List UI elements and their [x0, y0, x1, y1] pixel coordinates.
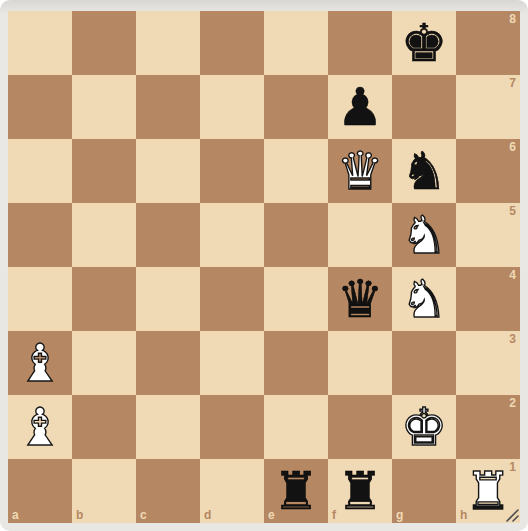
piece-black-pawn[interactable]: ♟ [328, 75, 392, 139]
square-h5[interactable]: 5 [456, 203, 520, 267]
piece-black-knight[interactable]: ♞ [392, 139, 456, 203]
square-h8[interactable]: 8 [456, 11, 520, 75]
square-a2[interactable]: ♝ [8, 395, 72, 459]
square-h4[interactable]: 4 [456, 267, 520, 331]
square-d6[interactable] [200, 139, 264, 203]
board-frame: ♚8♟7♛♞6♞5♛♞4♝3♝♚2abcd♜e♜fg♜h1 [0, 0, 528, 531]
square-f4[interactable]: ♛ [328, 267, 392, 331]
file-label-a: a [12, 508, 19, 522]
square-e4[interactable] [264, 267, 328, 331]
piece-white-bishop[interactable]: ♝ [8, 395, 72, 459]
square-h2[interactable]: 2 [456, 395, 520, 459]
piece-white-queen[interactable]: ♛ [328, 139, 392, 203]
square-g1[interactable]: g [392, 459, 456, 523]
square-f8[interactable] [328, 11, 392, 75]
rank-label-4: 4 [509, 268, 516, 282]
square-g6[interactable]: ♞ [392, 139, 456, 203]
piece-black-rook[interactable]: ♜ [328, 459, 392, 523]
file-label-d: d [204, 508, 211, 522]
square-e5[interactable] [264, 203, 328, 267]
square-a1[interactable]: a [8, 459, 72, 523]
square-b2[interactable] [72, 395, 136, 459]
rank-label-3: 3 [509, 332, 516, 346]
square-b1[interactable]: b [72, 459, 136, 523]
square-b6[interactable] [72, 139, 136, 203]
rank-label-8: 8 [509, 12, 516, 26]
piece-black-rook[interactable]: ♜ [264, 459, 328, 523]
chess-board: ♚8♟7♛♞6♞5♛♞4♝3♝♚2abcd♜e♜fg♜h1 [8, 11, 520, 523]
square-c4[interactable] [136, 267, 200, 331]
square-c6[interactable] [136, 139, 200, 203]
square-b3[interactable] [72, 331, 136, 395]
rank-label-2: 2 [509, 396, 516, 410]
square-d4[interactable] [200, 267, 264, 331]
square-h7[interactable]: 7 [456, 75, 520, 139]
square-e3[interactable] [264, 331, 328, 395]
square-e2[interactable] [264, 395, 328, 459]
square-g8[interactable]: ♚ [392, 11, 456, 75]
square-d8[interactable] [200, 11, 264, 75]
square-b8[interactable] [72, 11, 136, 75]
rank-label-7: 7 [509, 76, 516, 90]
square-d3[interactable] [200, 331, 264, 395]
file-label-g: g [396, 508, 403, 522]
square-f3[interactable] [328, 331, 392, 395]
piece-black-queen[interactable]: ♛ [328, 267, 392, 331]
piece-black-king[interactable]: ♚ [392, 11, 456, 75]
square-h3[interactable]: 3 [456, 331, 520, 395]
square-f1[interactable]: ♜f [328, 459, 392, 523]
square-f2[interactable] [328, 395, 392, 459]
square-d7[interactable] [200, 75, 264, 139]
square-h6[interactable]: 6 [456, 139, 520, 203]
square-e8[interactable] [264, 11, 328, 75]
file-label-b: b [76, 508, 83, 522]
square-b5[interactable] [72, 203, 136, 267]
square-c3[interactable] [136, 331, 200, 395]
square-b4[interactable] [72, 267, 136, 331]
square-g5[interactable]: ♞ [392, 203, 456, 267]
square-c7[interactable] [136, 75, 200, 139]
square-a3[interactable]: ♝ [8, 331, 72, 395]
square-b7[interactable] [72, 75, 136, 139]
rank-label-5: 5 [509, 204, 516, 218]
square-f5[interactable] [328, 203, 392, 267]
square-a8[interactable] [8, 11, 72, 75]
square-f7[interactable]: ♟ [328, 75, 392, 139]
square-a7[interactable] [8, 75, 72, 139]
square-e6[interactable] [264, 139, 328, 203]
square-c1[interactable]: c [136, 459, 200, 523]
rank-label-6: 6 [509, 140, 516, 154]
square-e7[interactable] [264, 75, 328, 139]
square-g3[interactable] [392, 331, 456, 395]
square-a6[interactable] [8, 139, 72, 203]
square-f6[interactable]: ♛ [328, 139, 392, 203]
square-g7[interactable] [392, 75, 456, 139]
square-c8[interactable] [136, 11, 200, 75]
square-d1[interactable]: d [200, 459, 264, 523]
piece-white-knight[interactable]: ♞ [392, 203, 456, 267]
piece-white-king[interactable]: ♚ [392, 395, 456, 459]
square-d2[interactable] [200, 395, 264, 459]
square-c2[interactable] [136, 395, 200, 459]
piece-white-bishop[interactable]: ♝ [8, 331, 72, 395]
square-c5[interactable] [136, 203, 200, 267]
square-a4[interactable] [8, 267, 72, 331]
square-d5[interactable] [200, 203, 264, 267]
square-e1[interactable]: ♜e [264, 459, 328, 523]
square-g4[interactable]: ♞ [392, 267, 456, 331]
piece-white-knight[interactable]: ♞ [392, 267, 456, 331]
square-a5[interactable] [8, 203, 72, 267]
square-g2[interactable]: ♚ [392, 395, 456, 459]
file-label-c: c [140, 508, 147, 522]
square-h1[interactable]: ♜h1 [456, 459, 520, 523]
board-resize-handle-icon[interactable] [505, 508, 519, 522]
